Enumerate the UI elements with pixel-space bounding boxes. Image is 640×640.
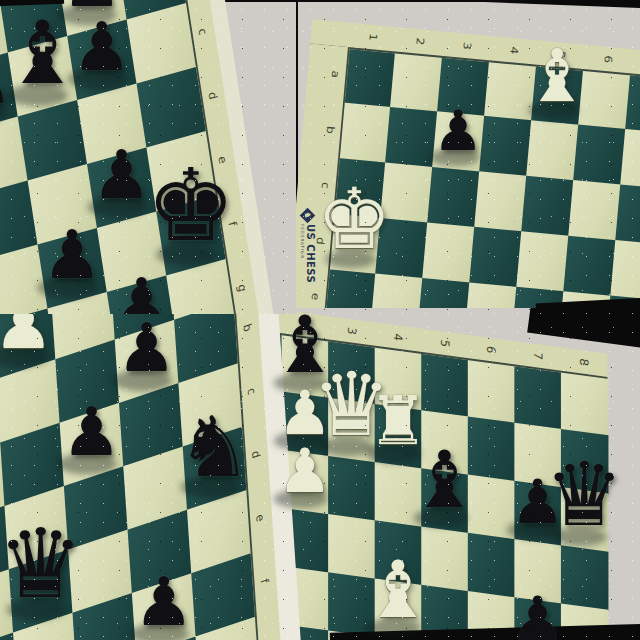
square-b5 xyxy=(526,120,579,181)
square-c3 xyxy=(328,456,375,521)
black-bishop-c6: ♝ xyxy=(3,10,81,97)
square-d7 xyxy=(610,240,640,301)
black-pawn-b7: ♟ xyxy=(116,315,176,382)
chess-boards-photo: ♞ US CHESS FEDERATION abcdefgh♟♟♝♟♟♟♚♟12… xyxy=(0,0,640,640)
black-pawn-b3: ♟ xyxy=(433,103,483,159)
knight-diamond-icon: ♞ xyxy=(300,208,316,224)
rank-label-8: 8 xyxy=(578,358,590,367)
rank-label-6: 6 xyxy=(602,55,613,64)
square-a8 xyxy=(561,371,608,436)
square-d6 xyxy=(468,533,515,598)
square-c5 xyxy=(521,176,574,237)
square-e1 xyxy=(323,269,376,308)
black-king-f8: ♚ xyxy=(146,156,236,256)
rank-label-2: 2 xyxy=(414,37,425,46)
file-label-b: b xyxy=(325,125,336,134)
square-d6 xyxy=(563,236,616,297)
rank-label-3: 3 xyxy=(461,42,472,51)
rank-label-4: 4 xyxy=(392,333,404,342)
photo-panel-board-top-left: abcdefgh♟♟♝♟♟♟♚♟ xyxy=(0,0,296,314)
black-knight-d8: ♞ xyxy=(177,405,252,489)
logo-text: US CHESS xyxy=(305,224,316,283)
square-a6 xyxy=(468,358,515,423)
white-bishop-e4: ♝ xyxy=(363,551,434,630)
rank-label-6: 6 xyxy=(485,345,497,354)
black-bishop-c5: ♝ xyxy=(409,441,480,520)
white-king-d1: ♚ xyxy=(317,177,392,261)
black-pawn-e7: ♟ xyxy=(510,588,565,640)
rank-label-1: 1 xyxy=(367,33,378,42)
rank-label-7: 7 xyxy=(532,351,544,360)
square-a5 xyxy=(421,352,468,417)
square-b1 xyxy=(338,103,391,164)
square-c6 xyxy=(568,180,621,241)
white-bishop-a5: ♝ xyxy=(524,39,589,112)
black-pawn-g7: ♟ xyxy=(111,270,171,314)
photo-panel-board-bottom-left: abcdefgh♟♟♞♛♟♟12345678♝♟♛♜♟♝♝♟♛♟ xyxy=(0,306,640,640)
rank-label-3: 3 xyxy=(346,326,358,335)
square-d3 xyxy=(422,222,475,283)
square-e4 xyxy=(464,282,517,308)
black-pawn-f7: ♟ xyxy=(134,569,194,636)
white-pawn-c2: ♟ xyxy=(277,440,332,501)
black-pawn-f6: ♟ xyxy=(42,222,102,289)
black-pawn-c6: ♟ xyxy=(61,399,121,466)
black-queen-e5: ♛ xyxy=(0,516,84,612)
square-a7 xyxy=(514,364,561,429)
square-b4 xyxy=(479,116,532,177)
square-e3 xyxy=(417,278,470,308)
square-b6 xyxy=(573,125,626,186)
black-pawn-e7: ♟ xyxy=(92,142,152,209)
square-a1 xyxy=(343,47,396,108)
square-c7 xyxy=(615,185,640,246)
square-d5 xyxy=(516,231,569,292)
rank-label-5: 5 xyxy=(439,339,451,348)
square-c4 xyxy=(474,171,527,232)
black-queen-c8: ♛ xyxy=(545,451,624,539)
us-chess-logo: ♞ US CHESS FEDERATION xyxy=(296,210,320,310)
black-pawn-c5: ♟ xyxy=(0,47,13,114)
rank-label-4: 4 xyxy=(508,46,519,55)
square-d8 xyxy=(561,545,608,610)
photo-panel-board-top-right: 12345678abcdefgh♟♝♚ xyxy=(296,0,640,308)
square-e2 xyxy=(370,274,423,308)
file-label-a: a xyxy=(330,70,341,78)
square-d4 xyxy=(469,227,522,288)
square-c3 xyxy=(427,167,480,228)
